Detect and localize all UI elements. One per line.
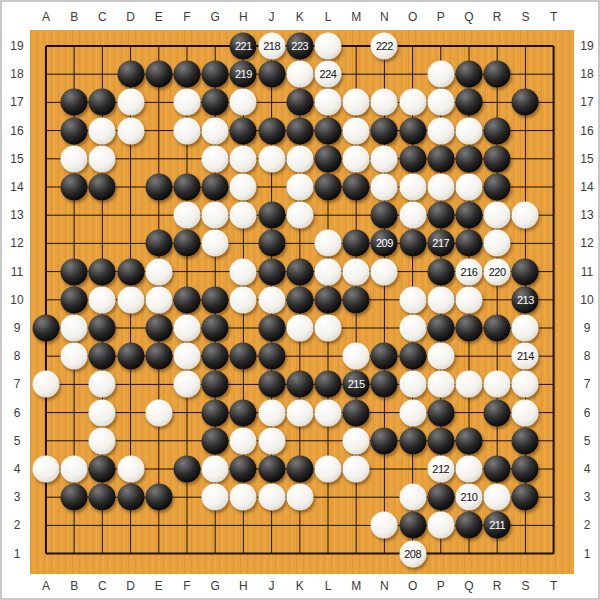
stone-white-Q10[interactable] (456, 286, 483, 313)
stone-white-R11[interactable]: 220 (484, 258, 511, 285)
stone-black-M6[interactable] (343, 399, 370, 426)
stone-white-K3[interactable] (286, 484, 313, 511)
stone-black-K16[interactable] (286, 117, 313, 144)
stone-black-D3[interactable] (117, 484, 144, 511)
stone-white-M17[interactable] (343, 89, 370, 116)
stone-white-D10[interactable] (117, 286, 144, 313)
stone-white-B9[interactable] (61, 315, 88, 342)
stone-black-D11[interactable] (117, 258, 144, 285)
stone-black-R16[interactable] (484, 117, 511, 144)
stone-white-K18[interactable] (286, 61, 313, 88)
stone-white-C5[interactable] (89, 427, 116, 454)
col-label-top-A: A (42, 10, 50, 24)
row-label-right-14: 14 (580, 180, 593, 194)
stone-black-M12[interactable] (343, 230, 370, 257)
row-label-right-17: 17 (580, 95, 593, 109)
go-board-page: 2212182232222192242092172162202132142152… (0, 0, 600, 600)
row-label-right-10: 10 (580, 293, 593, 307)
stone-white-D4[interactable] (117, 456, 144, 483)
stone-black-P13[interactable] (427, 202, 454, 229)
col-label-bottom-R: R (493, 579, 502, 593)
stone-black-O2[interactable] (399, 512, 426, 539)
stone-white-M15[interactable] (343, 145, 370, 172)
stone-black-Q9[interactable] (456, 315, 483, 342)
move-number-label: 216 (461, 266, 478, 277)
move-number-label: 218 (263, 41, 280, 52)
stone-white-O14[interactable] (399, 174, 426, 201)
stone-white-G12[interactable] (202, 230, 229, 257)
stone-white-N14[interactable] (371, 174, 398, 201)
stone-white-P4[interactable]: 212 (427, 456, 454, 483)
stone-black-J11[interactable] (258, 258, 285, 285)
stone-black-P5[interactable] (427, 427, 454, 454)
col-label-bottom-E: E (155, 579, 163, 593)
move-number-label: 217 (432, 238, 449, 249)
stone-black-J4[interactable] (258, 456, 285, 483)
stone-black-N16[interactable] (371, 117, 398, 144)
col-label-bottom-C: C (98, 579, 107, 593)
row-label-left-7: 7 (14, 377, 21, 391)
col-label-top-Q: Q (464, 10, 473, 24)
stone-black-R15[interactable] (484, 145, 511, 172)
stone-white-L6[interactable] (315, 399, 342, 426)
col-label-top-P: P (437, 10, 445, 24)
stone-black-A9[interactable] (33, 315, 60, 342)
row-label-left-8: 8 (14, 349, 21, 363)
col-label-top-T: T (550, 10, 557, 24)
row-label-right-12: 12 (580, 236, 593, 250)
stone-black-B10[interactable] (61, 286, 88, 313)
col-label-top-C: C (98, 10, 107, 24)
stone-white-J3[interactable] (258, 484, 285, 511)
stone-white-C15[interactable] (89, 145, 116, 172)
stone-black-G14[interactable] (202, 174, 229, 201)
move-number-label: 214 (517, 351, 534, 362)
col-label-bottom-J: J (269, 579, 275, 593)
stone-black-F18[interactable] (174, 61, 201, 88)
stone-black-Q2[interactable] (456, 512, 483, 539)
stone-white-O13[interactable] (399, 202, 426, 229)
stone-white-S9[interactable] (512, 315, 539, 342)
stone-black-S5[interactable] (512, 427, 539, 454)
stone-black-O15[interactable] (399, 145, 426, 172)
stone-black-K17[interactable] (286, 89, 313, 116)
row-label-left-3: 3 (14, 490, 21, 504)
col-label-top-J: J (269, 10, 275, 24)
stone-white-J19[interactable]: 218 (258, 33, 285, 60)
row-label-right-7: 7 (584, 377, 591, 391)
stone-white-P8[interactable] (427, 343, 454, 370)
stone-white-Q16[interactable] (456, 117, 483, 144)
stone-white-M11[interactable] (343, 258, 370, 285)
stone-white-R7[interactable] (484, 371, 511, 398)
col-label-top-N: N (380, 10, 389, 24)
stone-black-C17[interactable] (89, 89, 116, 116)
stone-white-L9[interactable] (315, 315, 342, 342)
stone-white-D16[interactable] (117, 117, 144, 144)
stone-black-Q17[interactable] (456, 89, 483, 116)
stone-white-N17[interactable] (371, 89, 398, 116)
stone-black-B16[interactable] (61, 117, 88, 144)
stone-black-Q13[interactable] (456, 202, 483, 229)
stone-black-F12[interactable] (174, 230, 201, 257)
stone-white-O7[interactable] (399, 371, 426, 398)
stone-black-D8[interactable] (117, 343, 144, 370)
stone-black-H4[interactable] (230, 456, 257, 483)
stone-black-E14[interactable] (145, 174, 172, 201)
row-label-right-19: 19 (580, 39, 593, 53)
stone-black-N13[interactable] (371, 202, 398, 229)
stone-black-M7[interactable]: 215 (343, 371, 370, 398)
col-label-top-D: D (126, 10, 135, 24)
stone-white-M16[interactable] (343, 117, 370, 144)
stone-white-H14[interactable] (230, 174, 257, 201)
col-label-bottom-P: P (437, 579, 445, 593)
stone-black-J18[interactable] (258, 61, 285, 88)
stone-white-P16[interactable] (427, 117, 454, 144)
row-label-left-12: 12 (10, 236, 23, 250)
move-number-label: 212 (432, 464, 449, 475)
stone-white-G16[interactable] (202, 117, 229, 144)
stone-black-R6[interactable] (484, 399, 511, 426)
stone-black-P11[interactable] (427, 258, 454, 285)
stone-white-C7[interactable] (89, 371, 116, 398)
stone-white-Q4[interactable] (456, 456, 483, 483)
row-label-left-11: 11 (11, 265, 23, 279)
stone-white-P18[interactable] (427, 61, 454, 88)
stone-black-Q15[interactable] (456, 145, 483, 172)
row-label-left-16: 16 (10, 124, 23, 138)
row-label-right-6: 6 (584, 406, 591, 420)
stone-black-L10[interactable] (315, 286, 342, 313)
stone-white-S8[interactable]: 214 (512, 343, 539, 370)
col-label-bottom-Q: Q (464, 579, 473, 593)
stone-white-D17[interactable] (117, 89, 144, 116)
stone-white-F17[interactable] (174, 89, 201, 116)
stone-white-L17[interactable] (315, 89, 342, 116)
stone-black-R18[interactable] (484, 61, 511, 88)
stone-black-L7[interactable] (315, 371, 342, 398)
row-label-right-1: 1 (584, 547, 591, 561)
stone-black-S4[interactable] (512, 456, 539, 483)
stone-white-H3[interactable] (230, 484, 257, 511)
stone-black-G5[interactable] (202, 427, 229, 454)
stone-black-P12[interactable]: 217 (427, 230, 454, 257)
stone-black-O8[interactable] (399, 343, 426, 370)
stone-black-E9[interactable] (145, 315, 172, 342)
col-label-bottom-M: M (351, 579, 361, 593)
stone-white-R12[interactable] (484, 230, 511, 257)
move-number-label: 210 (461, 492, 478, 503)
stone-white-J10[interactable] (258, 286, 285, 313)
stone-white-H13[interactable] (230, 202, 257, 229)
stone-black-L16[interactable] (315, 117, 342, 144)
stone-black-E12[interactable] (145, 230, 172, 257)
stone-black-L15[interactable] (315, 145, 342, 172)
stone-black-G17[interactable] (202, 89, 229, 116)
stone-black-F10[interactable] (174, 286, 201, 313)
stone-black-P3[interactable] (427, 484, 454, 511)
stone-white-N15[interactable] (371, 145, 398, 172)
row-label-right-4: 4 (584, 462, 591, 476)
stone-black-N12[interactable]: 209 (371, 230, 398, 257)
stone-white-L11[interactable] (315, 258, 342, 285)
stone-black-K11[interactable] (286, 258, 313, 285)
stone-black-K19[interactable]: 223 (286, 33, 313, 60)
stone-black-M10[interactable] (343, 286, 370, 313)
row-label-right-8: 8 (584, 349, 591, 363)
stone-black-C9[interactable] (89, 315, 116, 342)
stone-black-P15[interactable] (427, 145, 454, 172)
stone-white-C16[interactable] (89, 117, 116, 144)
col-label-top-R: R (493, 10, 502, 24)
stone-black-B14[interactable] (61, 174, 88, 201)
stone-black-G9[interactable] (202, 315, 229, 342)
row-label-left-1: 1 (14, 547, 21, 561)
stone-white-R13[interactable] (484, 202, 511, 229)
stone-black-G10[interactable] (202, 286, 229, 313)
stone-black-J8[interactable] (258, 343, 285, 370)
col-label-bottom-N: N (380, 579, 389, 593)
stone-white-A4[interactable] (33, 456, 60, 483)
stone-white-Q3[interactable]: 210 (456, 484, 483, 511)
row-label-left-18: 18 (10, 67, 23, 81)
col-label-top-B: B (70, 10, 78, 24)
stone-white-P17[interactable] (427, 89, 454, 116)
stone-white-P7[interactable] (427, 371, 454, 398)
stone-white-K14[interactable] (286, 174, 313, 201)
stone-white-K13[interactable] (286, 202, 313, 229)
row-label-right-13: 13 (580, 208, 593, 222)
stone-white-S13[interactable] (512, 202, 539, 229)
stone-black-K4[interactable] (286, 456, 313, 483)
col-label-top-S: S (521, 10, 529, 24)
stone-white-A7[interactable] (33, 371, 60, 398)
stone-white-M8[interactable] (343, 343, 370, 370)
row-label-left-4: 4 (14, 462, 21, 476)
stone-black-N8[interactable] (371, 343, 398, 370)
stone-white-F7[interactable] (174, 371, 201, 398)
stone-black-R14[interactable] (484, 174, 511, 201)
stone-white-N11[interactable] (371, 258, 398, 285)
stone-black-C8[interactable] (89, 343, 116, 370)
col-label-bottom-K: K (296, 579, 304, 593)
stone-black-G7[interactable] (202, 371, 229, 398)
stone-white-H5[interactable] (230, 427, 257, 454)
stone-black-R4[interactable] (484, 456, 511, 483)
stone-black-H18[interactable]: 219 (230, 61, 257, 88)
stone-black-C14[interactable] (89, 174, 116, 201)
stone-black-S17[interactable] (512, 89, 539, 116)
stone-black-L14[interactable] (315, 174, 342, 201)
stone-white-Q11[interactable]: 216 (456, 258, 483, 285)
stone-black-Q18[interactable] (456, 61, 483, 88)
move-number-label: 224 (320, 69, 337, 80)
col-label-bottom-H: H (239, 579, 248, 593)
stone-black-Q12[interactable] (456, 230, 483, 257)
move-number-label: 213 (517, 294, 534, 305)
row-label-left-6: 6 (14, 406, 21, 420)
go-board[interactable]: 2212182232222192242092172162202132142152… (30, 30, 574, 574)
row-label-left-19: 19 (10, 39, 23, 53)
row-label-left-15: 15 (10, 152, 23, 166)
move-number-label: 219 (235, 69, 252, 80)
stone-white-F8[interactable] (174, 343, 201, 370)
col-label-top-F: F (183, 10, 190, 24)
stone-black-P9[interactable] (427, 315, 454, 342)
stone-white-G4[interactable] (202, 456, 229, 483)
stone-black-J9[interactable] (258, 315, 285, 342)
row-label-left-5: 5 (14, 434, 21, 448)
row-label-left-10: 10 (10, 293, 23, 307)
row-label-right-3: 3 (584, 490, 591, 504)
stone-black-J12[interactable] (258, 230, 285, 257)
stone-black-Q5[interactable] (456, 427, 483, 454)
stone-black-E8[interactable] (145, 343, 172, 370)
row-label-right-11: 11 (581, 265, 593, 279)
stone-black-F4[interactable] (174, 456, 201, 483)
row-label-right-15: 15 (580, 152, 593, 166)
stone-black-N7[interactable] (371, 371, 398, 398)
stone-black-S3[interactable] (512, 484, 539, 511)
stone-white-H10[interactable] (230, 286, 257, 313)
stone-black-B11[interactable] (61, 258, 88, 285)
col-label-bottom-S: S (521, 579, 529, 593)
stone-white-E10[interactable] (145, 286, 172, 313)
stone-black-D18[interactable] (117, 61, 144, 88)
stone-white-C6[interactable] (89, 399, 116, 426)
stone-white-R3[interactable] (484, 484, 511, 511)
move-number-label: 222 (376, 41, 393, 52)
col-label-top-O: O (408, 10, 417, 24)
col-label-bottom-L: L (325, 579, 332, 593)
col-label-bottom-T: T (550, 579, 557, 593)
stone-white-H17[interactable] (230, 89, 257, 116)
stone-black-N5[interactable] (371, 427, 398, 454)
stone-black-H19[interactable]: 221 (230, 33, 257, 60)
stone-black-K10[interactable] (286, 286, 313, 313)
stone-white-H11[interactable] (230, 258, 257, 285)
stone-black-G6[interactable] (202, 399, 229, 426)
stone-black-B3[interactable] (61, 484, 88, 511)
stone-white-O3[interactable] (399, 484, 426, 511)
stone-white-K6[interactable] (286, 399, 313, 426)
stone-white-P2[interactable] (427, 512, 454, 539)
stone-black-J7[interactable] (258, 371, 285, 398)
stone-white-F16[interactable] (174, 117, 201, 144)
stone-white-H15[interactable] (230, 145, 257, 172)
stone-white-G15[interactable] (202, 145, 229, 172)
stone-white-B15[interactable] (61, 145, 88, 172)
stone-white-O6[interactable] (399, 399, 426, 426)
stone-black-H16[interactable] (230, 117, 257, 144)
stone-black-J13[interactable] (258, 202, 285, 229)
stone-white-G13[interactable] (202, 202, 229, 229)
stone-black-C4[interactable] (89, 456, 116, 483)
stone-white-B4[interactable] (61, 456, 88, 483)
row-label-left-14: 14 (10, 180, 23, 194)
stone-black-K7[interactable] (286, 371, 313, 398)
stone-white-K15[interactable] (286, 145, 313, 172)
col-label-bottom-F: F (183, 579, 190, 593)
stone-white-L4[interactable] (315, 456, 342, 483)
stone-black-C11[interactable] (89, 258, 116, 285)
stone-black-O12[interactable] (399, 230, 426, 257)
stone-white-L19[interactable] (315, 33, 342, 60)
stone-black-M14[interactable] (343, 174, 370, 201)
stone-white-L12[interactable] (315, 230, 342, 257)
stone-white-B8[interactable] (61, 343, 88, 370)
row-label-right-9: 9 (584, 321, 591, 335)
stone-white-Q14[interactable] (456, 174, 483, 201)
stone-white-K9[interactable] (286, 315, 313, 342)
stone-white-S6[interactable] (512, 399, 539, 426)
move-number-label: 215 (348, 379, 365, 390)
stone-white-Q7[interactable] (456, 371, 483, 398)
stone-black-P6[interactable] (427, 399, 454, 426)
stone-black-B17[interactable] (61, 89, 88, 116)
stone-white-F13[interactable] (174, 202, 201, 229)
stone-black-O5[interactable] (399, 427, 426, 454)
stone-white-P14[interactable] (427, 174, 454, 201)
row-label-left-13: 13 (10, 208, 23, 222)
stone-white-E11[interactable] (145, 258, 172, 285)
stone-white-M5[interactable] (343, 427, 370, 454)
stone-white-O17[interactable] (399, 89, 426, 116)
stone-white-O10[interactable] (399, 286, 426, 313)
row-label-left-17: 17 (10, 95, 23, 109)
stone-black-R9[interactable] (484, 315, 511, 342)
stone-white-N2[interactable] (371, 512, 398, 539)
stone-white-P10[interactable] (427, 286, 454, 313)
stone-black-G8[interactable] (202, 343, 229, 370)
stone-black-O16[interactable] (399, 117, 426, 144)
stone-white-S7[interactable] (512, 371, 539, 398)
col-label-top-G: G (211, 10, 220, 24)
stone-black-J16[interactable] (258, 117, 285, 144)
stone-black-S10[interactable]: 213 (512, 286, 539, 313)
stone-white-O1[interactable]: 208 (399, 540, 426, 567)
row-label-right-18: 18 (580, 67, 593, 81)
stone-white-M4[interactable] (343, 456, 370, 483)
stone-black-G18[interactable] (202, 61, 229, 88)
row-label-right-16: 16 (580, 124, 593, 138)
stone-white-F9[interactable] (174, 315, 201, 342)
stone-black-S11[interactable] (512, 258, 539, 285)
stone-white-O9[interactable] (399, 315, 426, 342)
stone-white-J6[interactable] (258, 399, 285, 426)
col-label-top-K: K (296, 10, 304, 24)
stone-white-J15[interactable] (258, 145, 285, 172)
stone-black-H6[interactable] (230, 399, 257, 426)
stone-black-H8[interactable] (230, 343, 257, 370)
stone-black-C3[interactable] (89, 484, 116, 511)
stone-white-C10[interactable] (89, 286, 116, 313)
move-number-label: 208 (404, 548, 421, 559)
stone-white-J5[interactable] (258, 427, 285, 454)
row-label-right-2: 2 (584, 518, 591, 532)
stone-white-N19[interactable]: 222 (371, 33, 398, 60)
stone-black-E18[interactable] (145, 61, 172, 88)
stone-black-F14[interactable] (174, 174, 201, 201)
row-label-left-2: 2 (14, 518, 21, 532)
stone-white-G3[interactable] (202, 484, 229, 511)
stone-white-E6[interactable] (145, 399, 172, 426)
move-number-label: 209 (376, 238, 393, 249)
stone-black-R2[interactable]: 211 (484, 512, 511, 539)
stone-black-E3[interactable] (145, 484, 172, 511)
stone-white-L18[interactable]: 224 (315, 61, 342, 88)
